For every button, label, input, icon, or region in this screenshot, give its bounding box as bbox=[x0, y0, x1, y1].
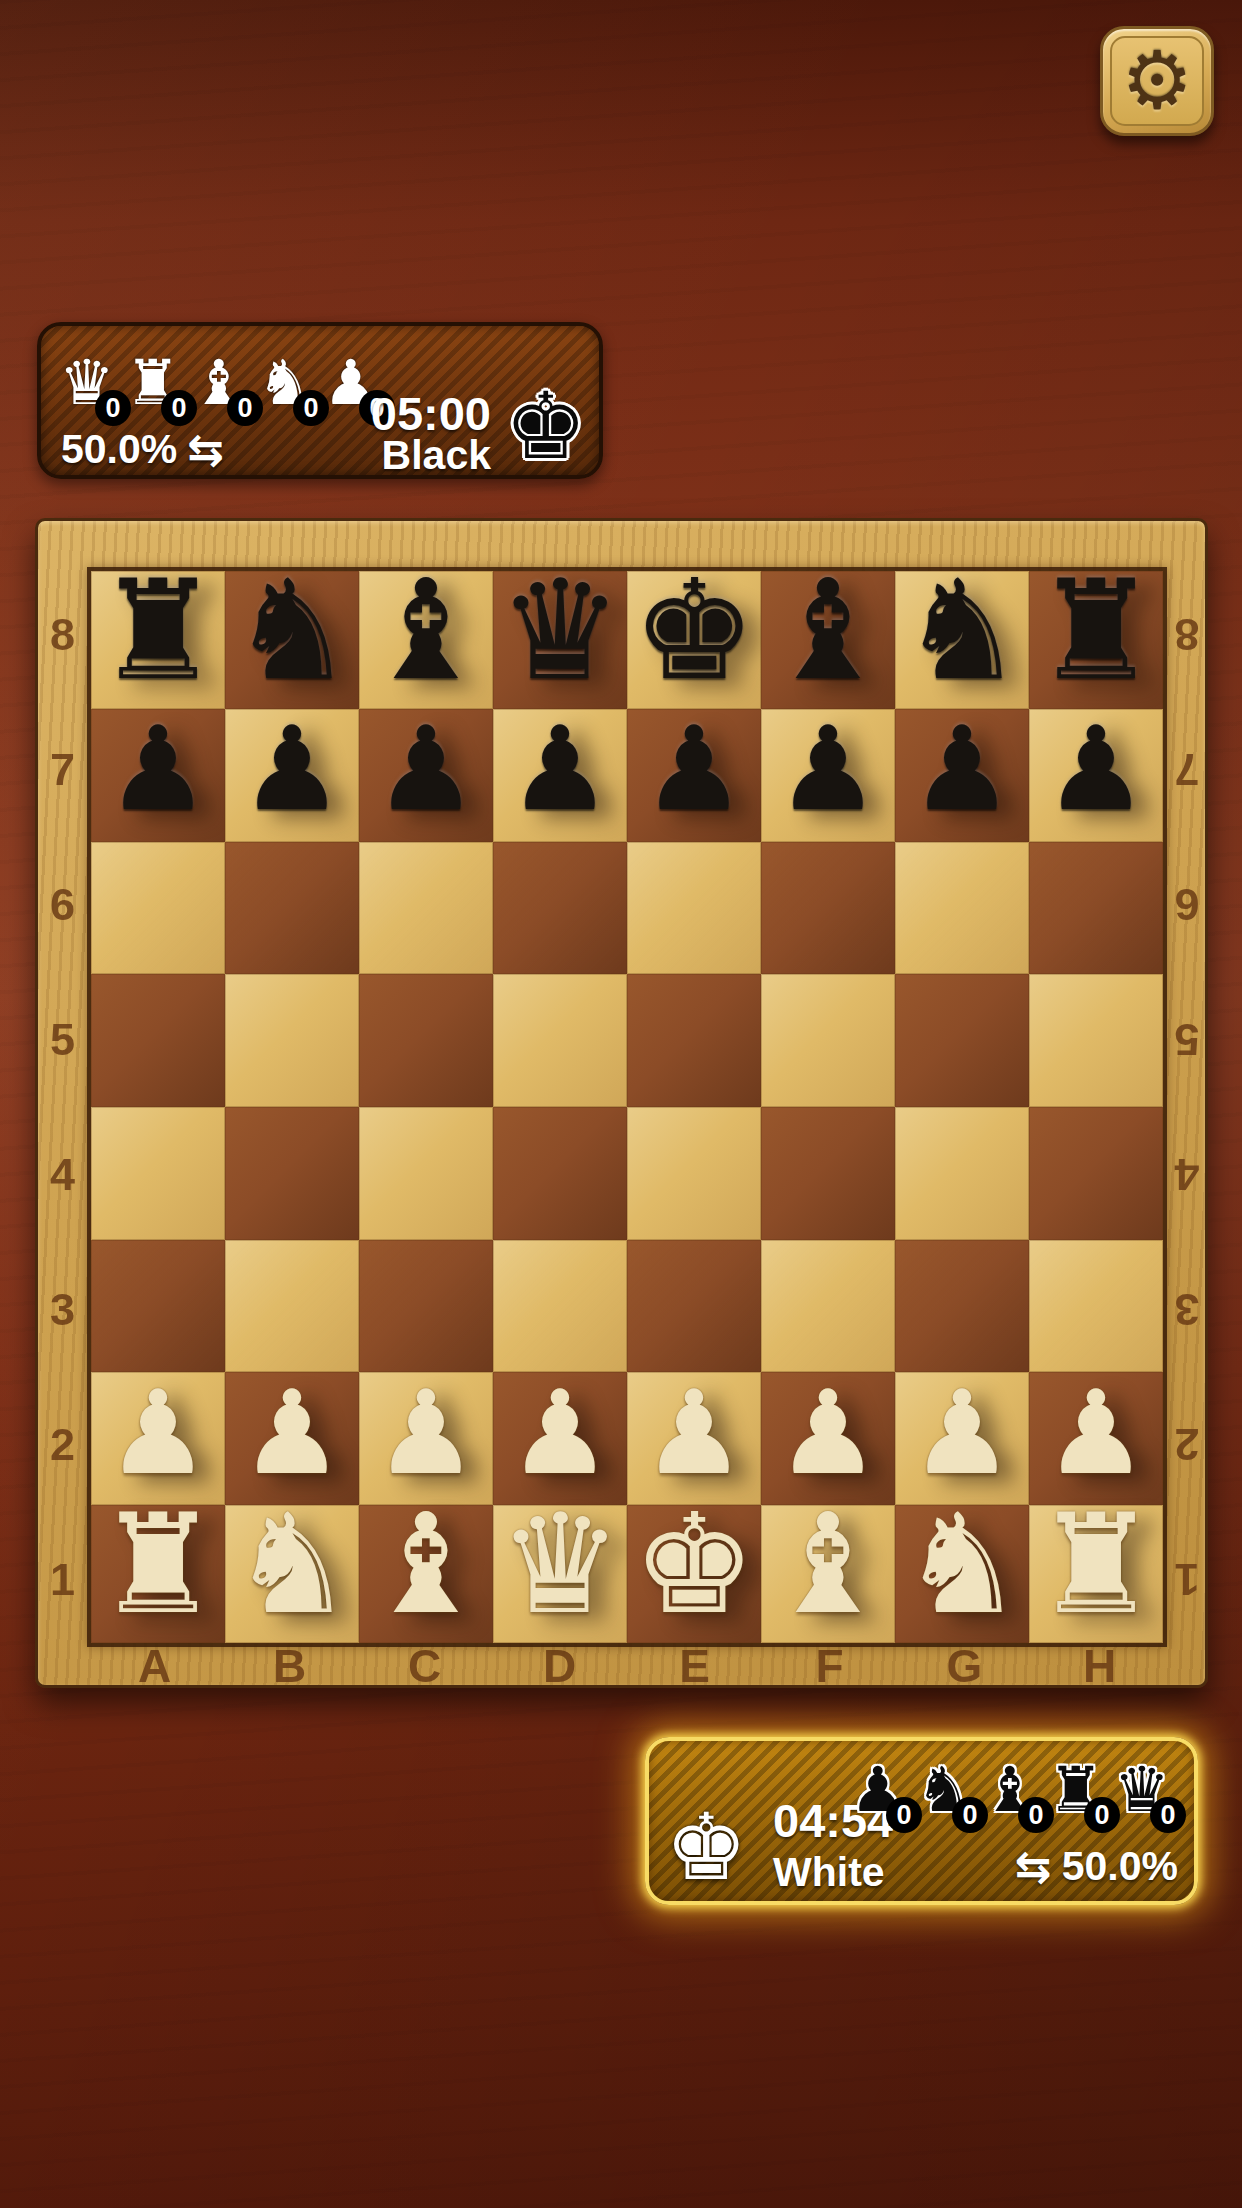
square-c3[interactable] bbox=[359, 1240, 493, 1373]
square-a2[interactable]: ♟ bbox=[91, 1372, 225, 1505]
square-e8[interactable]: ♚ bbox=[627, 571, 761, 709]
rank-label-4: 4 bbox=[38, 1107, 87, 1242]
file-label-b: B bbox=[222, 1643, 357, 1689]
captured-bishop: ♝0 bbox=[982, 1759, 1048, 1833]
square-g4[interactable] bbox=[895, 1107, 1029, 1240]
square-e3[interactable] bbox=[627, 1240, 761, 1373]
piece-white-pawn: ♟ bbox=[508, 1375, 612, 1491]
black-player-panel: ♛0♜0♝0♞0♟0 05:00 50.0% ⇆ Black ♚ bbox=[37, 322, 603, 479]
captured-rook: ♜0 bbox=[125, 352, 191, 426]
square-c8[interactable]: ♝ bbox=[359, 571, 493, 709]
piece-white-knight: ♞ bbox=[230, 1495, 354, 1633]
square-a1[interactable]: ♜ bbox=[91, 1505, 225, 1643]
piece-black-pawn: ♟ bbox=[106, 711, 210, 827]
square-a3[interactable] bbox=[91, 1240, 225, 1373]
square-g1[interactable]: ♞ bbox=[895, 1505, 1029, 1643]
square-a7[interactable]: ♟ bbox=[91, 709, 225, 842]
square-b4[interactable] bbox=[225, 1107, 359, 1240]
square-f1[interactable]: ♝ bbox=[761, 1505, 895, 1643]
piece-white-king: ♚ bbox=[632, 1495, 756, 1633]
piece-black-pawn: ♟ bbox=[508, 711, 612, 827]
square-e1[interactable]: ♚ bbox=[627, 1505, 761, 1643]
square-g7[interactable]: ♟ bbox=[895, 709, 1029, 842]
rank-label-6: 6 bbox=[1163, 837, 1211, 972]
square-g3[interactable] bbox=[895, 1240, 1029, 1373]
piece-black-queen: ♛ bbox=[498, 561, 622, 699]
square-h7[interactable]: ♟ bbox=[1029, 709, 1163, 842]
chess-board: 87654321 87654321 ABCDEFGH ♜♞♝♛♚♝♞♜♟♟♟♟♟… bbox=[35, 518, 1208, 1688]
white-win-chance: ⇆ 50.0% bbox=[1015, 1843, 1178, 1890]
rank-labels-right: 87654321 bbox=[1163, 567, 1211, 1647]
square-e4[interactable] bbox=[627, 1107, 761, 1240]
square-b8[interactable]: ♞ bbox=[225, 571, 359, 709]
rank-label-8: 8 bbox=[1163, 567, 1211, 702]
piece-black-pawn: ♟ bbox=[642, 711, 746, 827]
file-label-f: F bbox=[762, 1643, 897, 1689]
piece-white-pawn: ♟ bbox=[374, 1375, 478, 1491]
gear-icon: ⚙ bbox=[1121, 41, 1193, 121]
square-c7[interactable]: ♟ bbox=[359, 709, 493, 842]
square-c2[interactable]: ♟ bbox=[359, 1372, 493, 1505]
black-player-label: Black bbox=[382, 432, 491, 479]
captured-knight: ♞0 bbox=[257, 352, 323, 426]
piece-black-rook: ♜ bbox=[96, 561, 220, 699]
rank-label-6: 6 bbox=[38, 837, 87, 972]
piece-white-pawn: ♟ bbox=[240, 1375, 344, 1491]
black-win-chance: 50.0% ⇆ bbox=[61, 426, 224, 473]
swap-arrows-icon: ⇆ bbox=[187, 428, 224, 472]
rank-label-1: 1 bbox=[1163, 1512, 1211, 1647]
captured-knight: ♞0 bbox=[916, 1759, 982, 1833]
rank-label-8: 8 bbox=[38, 567, 87, 702]
piece-white-pawn: ♟ bbox=[106, 1375, 210, 1491]
square-e6[interactable] bbox=[627, 842, 761, 975]
rank-label-1: 1 bbox=[38, 1512, 87, 1647]
captured-rook: ♜0 bbox=[1048, 1759, 1114, 1833]
square-c6[interactable] bbox=[359, 842, 493, 975]
file-label-h: H bbox=[1032, 1643, 1167, 1689]
file-label-d: D bbox=[492, 1643, 627, 1689]
file-label-g: G bbox=[897, 1643, 1032, 1689]
square-f4[interactable] bbox=[761, 1107, 895, 1240]
white-captured-row: ♟0♞0♝0♜0♛0 bbox=[850, 1759, 1180, 1833]
piece-white-bishop: ♝ bbox=[364, 1495, 488, 1633]
square-f7[interactable]: ♟ bbox=[761, 709, 895, 842]
square-g5[interactable] bbox=[895, 974, 1029, 1107]
piece-white-knight: ♞ bbox=[900, 1495, 1024, 1633]
file-label-e: E bbox=[627, 1643, 762, 1689]
square-b5[interactable] bbox=[225, 974, 359, 1107]
square-b2[interactable]: ♟ bbox=[225, 1372, 359, 1505]
rank-label-5: 5 bbox=[38, 972, 87, 1107]
piece-black-bishop: ♝ bbox=[766, 561, 890, 699]
square-e7[interactable]: ♟ bbox=[627, 709, 761, 842]
rank-label-3: 3 bbox=[38, 1242, 87, 1377]
square-e5[interactable] bbox=[627, 974, 761, 1107]
square-h5[interactable] bbox=[1029, 974, 1163, 1107]
square-d6[interactable] bbox=[493, 842, 627, 975]
square-h8[interactable]: ♜ bbox=[1029, 571, 1163, 709]
file-label-a: A bbox=[87, 1643, 222, 1689]
square-f2[interactable]: ♟ bbox=[761, 1372, 895, 1505]
piece-black-knight: ♞ bbox=[230, 561, 354, 699]
square-h4[interactable] bbox=[1029, 1107, 1163, 1240]
white-king-icon: ♚ bbox=[665, 1801, 747, 1893]
piece-white-pawn: ♟ bbox=[910, 1375, 1014, 1491]
square-b1[interactable]: ♞ bbox=[225, 1505, 359, 1643]
square-g8[interactable]: ♞ bbox=[895, 571, 1029, 709]
piece-black-rook: ♜ bbox=[1034, 561, 1158, 699]
white-player-panel: ♚ 04:54 White ♟0♞0♝0♜0♛0 ⇆ 50.0% bbox=[645, 1737, 1198, 1905]
rank-label-4: 4 bbox=[1163, 1107, 1211, 1242]
square-e2[interactable]: ♟ bbox=[627, 1372, 761, 1505]
square-a5[interactable] bbox=[91, 974, 225, 1107]
square-d5[interactable] bbox=[493, 974, 627, 1107]
piece-black-pawn: ♟ bbox=[240, 711, 344, 827]
piece-black-pawn: ♟ bbox=[776, 711, 880, 827]
square-b3[interactable] bbox=[225, 1240, 359, 1373]
chess-app-screen: ⚙ ♛0♜0♝0♞0♟0 05:00 50.0% ⇆ Black ♚ ♚ 04:… bbox=[0, 0, 1242, 2208]
piece-black-pawn: ♟ bbox=[1044, 711, 1148, 827]
square-f6[interactable] bbox=[761, 842, 895, 975]
black-king-icon: ♚ bbox=[505, 380, 587, 472]
file-label-c: C bbox=[357, 1643, 492, 1689]
square-d1[interactable]: ♛ bbox=[493, 1505, 627, 1643]
square-c5[interactable] bbox=[359, 974, 493, 1107]
square-b7[interactable]: ♟ bbox=[225, 709, 359, 842]
piece-black-knight: ♞ bbox=[900, 561, 1024, 699]
piece-black-king: ♚ bbox=[632, 561, 756, 699]
file-labels-bottom: ABCDEFGH bbox=[87, 1643, 1167, 1689]
rank-label-3: 3 bbox=[1163, 1242, 1211, 1377]
swap-arrows-icon: ⇆ bbox=[1015, 1845, 1052, 1889]
square-d8[interactable]: ♛ bbox=[493, 571, 627, 709]
black-win-chance-value: 50.0% bbox=[61, 426, 177, 473]
piece-white-queen: ♛ bbox=[498, 1495, 622, 1633]
square-g2[interactable]: ♟ bbox=[895, 1372, 1029, 1505]
rank-label-2: 2 bbox=[38, 1377, 87, 1512]
rank-label-7: 7 bbox=[1163, 702, 1211, 837]
square-f3[interactable] bbox=[761, 1240, 895, 1373]
piece-white-pawn: ♟ bbox=[1044, 1375, 1148, 1491]
square-h6[interactable] bbox=[1029, 842, 1163, 975]
rank-label-5: 5 bbox=[1163, 972, 1211, 1107]
square-a8[interactable]: ♜ bbox=[91, 571, 225, 709]
square-d7[interactable]: ♟ bbox=[493, 709, 627, 842]
square-f5[interactable] bbox=[761, 974, 895, 1107]
captured-bishop: ♝0 bbox=[191, 352, 257, 426]
piece-white-rook: ♜ bbox=[1034, 1495, 1158, 1633]
black-captured-row: ♛0♜0♝0♞0♟0 bbox=[59, 352, 389, 426]
captured-queen-count: 0 bbox=[1150, 1797, 1186, 1833]
square-b6[interactable] bbox=[225, 842, 359, 975]
piece-black-bishop: ♝ bbox=[364, 561, 488, 699]
rank-label-2: 2 bbox=[1163, 1377, 1211, 1512]
captured-queen: ♛0 bbox=[1114, 1759, 1180, 1833]
square-a6[interactable] bbox=[91, 842, 225, 975]
white-win-chance-value: 50.0% bbox=[1062, 1843, 1178, 1890]
square-h1[interactable]: ♜ bbox=[1029, 1505, 1163, 1643]
piece-white-rook: ♜ bbox=[96, 1495, 220, 1633]
piece-black-pawn: ♟ bbox=[374, 711, 478, 827]
square-f8[interactable]: ♝ bbox=[761, 571, 895, 709]
square-g6[interactable] bbox=[895, 842, 1029, 975]
captured-pawn: ♟0 bbox=[850, 1759, 916, 1833]
piece-white-pawn: ♟ bbox=[642, 1375, 746, 1491]
white-player-label: White bbox=[773, 1849, 885, 1896]
square-c4[interactable] bbox=[359, 1107, 493, 1240]
square-d4[interactable] bbox=[493, 1107, 627, 1240]
piece-white-pawn: ♟ bbox=[776, 1375, 880, 1491]
square-d3[interactable] bbox=[493, 1240, 627, 1373]
settings-button-face: ⚙ bbox=[1110, 36, 1204, 126]
piece-white-bishop: ♝ bbox=[766, 1495, 890, 1633]
settings-button[interactable]: ⚙ bbox=[1100, 26, 1214, 136]
rank-labels-left: 87654321 bbox=[38, 567, 87, 1647]
rank-label-7: 7 bbox=[38, 702, 87, 837]
square-a4[interactable] bbox=[91, 1107, 225, 1240]
square-h3[interactable] bbox=[1029, 1240, 1163, 1373]
piece-black-pawn: ♟ bbox=[910, 711, 1014, 827]
captured-queen: ♛0 bbox=[59, 352, 125, 426]
square-d2[interactable]: ♟ bbox=[493, 1372, 627, 1505]
square-c1[interactable]: ♝ bbox=[359, 1505, 493, 1643]
square-h2[interactable]: ♟ bbox=[1029, 1372, 1163, 1505]
board-squares: ♜♞♝♛♚♝♞♜♟♟♟♟♟♟♟♟♟♟♟♟♟♟♟♟♜♞♝♛♚♝♞♜ bbox=[87, 567, 1167, 1647]
